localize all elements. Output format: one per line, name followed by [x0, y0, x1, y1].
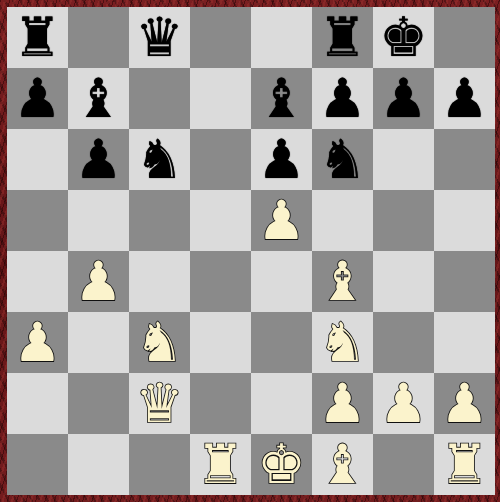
square-b5[interactable] [68, 190, 129, 251]
piece-white-knight: ♞ [318, 312, 366, 373]
square-g4[interactable] [373, 251, 434, 312]
square-h6[interactable] [434, 129, 495, 190]
square-a4[interactable] [7, 251, 68, 312]
square-b6[interactable]: ♟ [68, 129, 129, 190]
square-e8[interactable] [251, 7, 312, 68]
piece-white-queen: ♛ [135, 373, 183, 434]
square-c3[interactable]: ♞ [129, 312, 190, 373]
square-a5[interactable] [7, 190, 68, 251]
piece-black-pawn: ♟ [13, 68, 61, 129]
square-c6[interactable]: ♞ [129, 129, 190, 190]
piece-black-king: ♚ [379, 7, 427, 68]
square-a1[interactable] [7, 434, 68, 495]
piece-black-rook: ♜ [318, 7, 366, 68]
square-g5[interactable] [373, 190, 434, 251]
square-g3[interactable] [373, 312, 434, 373]
square-e2[interactable] [251, 373, 312, 434]
piece-black-knight: ♞ [318, 129, 366, 190]
square-a8[interactable]: ♜ [7, 7, 68, 68]
square-e5[interactable]: ♟ [251, 190, 312, 251]
square-f5[interactable] [312, 190, 373, 251]
piece-white-knight: ♞ [135, 312, 183, 373]
square-b1[interactable] [68, 434, 129, 495]
square-c7[interactable] [129, 68, 190, 129]
square-e7[interactable]: ♝ [251, 68, 312, 129]
square-h5[interactable] [434, 190, 495, 251]
square-f8[interactable]: ♜ [312, 7, 373, 68]
square-g7[interactable]: ♟ [373, 68, 434, 129]
square-e3[interactable] [251, 312, 312, 373]
square-f7[interactable]: ♟ [312, 68, 373, 129]
piece-white-king: ♚ [257, 434, 305, 495]
square-a7[interactable]: ♟ [7, 68, 68, 129]
square-c5[interactable] [129, 190, 190, 251]
piece-white-pawn: ♟ [440, 373, 488, 434]
square-d5[interactable] [190, 190, 251, 251]
piece-white-pawn: ♟ [318, 373, 366, 434]
square-b2[interactable] [68, 373, 129, 434]
square-d8[interactable] [190, 7, 251, 68]
square-a3[interactable]: ♟ [7, 312, 68, 373]
piece-black-bishop: ♝ [74, 68, 122, 129]
square-h4[interactable] [434, 251, 495, 312]
square-e4[interactable] [251, 251, 312, 312]
square-f6[interactable]: ♞ [312, 129, 373, 190]
square-b4[interactable]: ♟ [68, 251, 129, 312]
square-c1[interactable] [129, 434, 190, 495]
square-h3[interactable] [434, 312, 495, 373]
square-d3[interactable] [190, 312, 251, 373]
square-h7[interactable]: ♟ [434, 68, 495, 129]
square-f1[interactable]: ♝ [312, 434, 373, 495]
square-e6[interactable]: ♟ [251, 129, 312, 190]
piece-black-pawn: ♟ [318, 68, 366, 129]
square-g2[interactable]: ♟ [373, 373, 434, 434]
square-d2[interactable] [190, 373, 251, 434]
piece-black-pawn: ♟ [440, 68, 488, 129]
piece-white-rook: ♜ [196, 434, 244, 495]
square-d7[interactable] [190, 68, 251, 129]
square-g8[interactable]: ♚ [373, 7, 434, 68]
piece-white-pawn: ♟ [379, 373, 427, 434]
square-e1[interactable]: ♚ [251, 434, 312, 495]
square-d6[interactable] [190, 129, 251, 190]
square-b7[interactable]: ♝ [68, 68, 129, 129]
piece-black-knight: ♞ [135, 129, 183, 190]
square-h8[interactable] [434, 7, 495, 68]
piece-white-pawn: ♟ [74, 251, 122, 312]
square-a2[interactable] [7, 373, 68, 434]
piece-black-rook: ♜ [13, 7, 61, 68]
square-h2[interactable]: ♟ [434, 373, 495, 434]
board-frame: ♜♛♜♚♟♝♝♟♟♟♟♞♟♞♟♟♝♟♞♞♛♟♟♟♜♚♝♜ [0, 0, 500, 502]
square-f3[interactable]: ♞ [312, 312, 373, 373]
square-f2[interactable]: ♟ [312, 373, 373, 434]
square-c8[interactable]: ♛ [129, 7, 190, 68]
piece-black-bishop: ♝ [257, 68, 305, 129]
chess-board: ♜♛♜♚♟♝♝♟♟♟♟♞♟♞♟♟♝♟♞♞♛♟♟♟♜♚♝♜ [7, 7, 495, 495]
square-c4[interactable] [129, 251, 190, 312]
square-h1[interactable]: ♜ [434, 434, 495, 495]
square-g1[interactable] [373, 434, 434, 495]
piece-black-pawn: ♟ [257, 129, 305, 190]
piece-white-rook: ♜ [440, 434, 488, 495]
square-b3[interactable] [68, 312, 129, 373]
piece-black-pawn: ♟ [379, 68, 427, 129]
square-a6[interactable] [7, 129, 68, 190]
piece-white-bishop: ♝ [318, 251, 366, 312]
square-c2[interactable]: ♛ [129, 373, 190, 434]
square-g6[interactable] [373, 129, 434, 190]
piece-white-pawn: ♟ [257, 190, 305, 251]
piece-white-pawn: ♟ [13, 312, 61, 373]
square-d1[interactable]: ♜ [190, 434, 251, 495]
piece-black-queen: ♛ [135, 7, 183, 68]
piece-white-bishop: ♝ [318, 434, 366, 495]
piece-black-pawn: ♟ [74, 129, 122, 190]
square-d4[interactable] [190, 251, 251, 312]
square-b8[interactable] [68, 7, 129, 68]
square-f4[interactable]: ♝ [312, 251, 373, 312]
